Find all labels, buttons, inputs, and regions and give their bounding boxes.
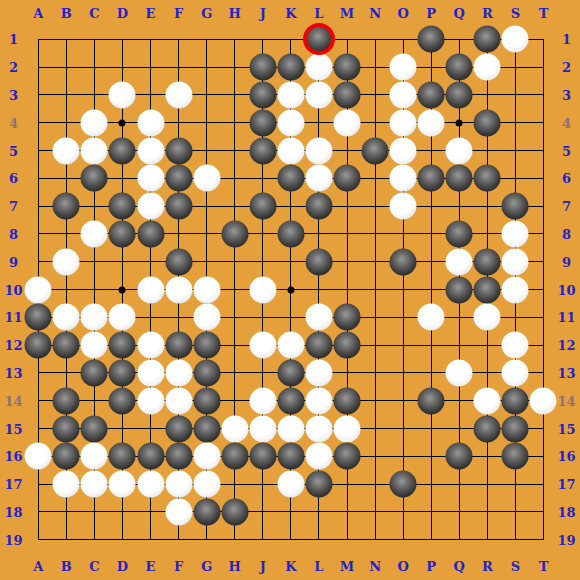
black-stone (193, 332, 220, 359)
column-label-bottom: N (369, 559, 381, 572)
black-stone (53, 443, 80, 470)
column-label-bottom: O (397, 559, 408, 572)
grid-vertical-line (375, 39, 376, 540)
black-stone (193, 387, 220, 414)
white-stone (137, 332, 164, 359)
column-label-top: D (117, 7, 128, 20)
white-stone (277, 109, 304, 136)
black-stone (446, 165, 473, 192)
white-stone (81, 304, 108, 331)
white-stone (81, 137, 108, 164)
black-stone (277, 359, 304, 386)
white-stone (137, 193, 164, 220)
white-stone (305, 443, 332, 470)
black-stone (446, 443, 473, 470)
row-label-left: 19 (4, 533, 22, 546)
column-label-bottom: R (482, 559, 493, 572)
black-stone (249, 109, 276, 136)
black-stone (109, 443, 136, 470)
row-label-right: 11 (557, 311, 575, 324)
row-label-left: 2 (9, 61, 18, 74)
black-stone (446, 54, 473, 81)
white-stone (165, 359, 192, 386)
black-stone (474, 276, 501, 303)
black-stone (81, 359, 108, 386)
white-stone (390, 81, 417, 108)
white-stone (390, 54, 417, 81)
row-label-left: 16 (4, 450, 22, 463)
column-label-top: K (285, 7, 296, 20)
column-label-top: R (482, 7, 493, 20)
star-point (287, 286, 294, 293)
white-stone (53, 471, 80, 498)
column-label-top: C (89, 7, 99, 20)
black-stone (446, 276, 473, 303)
black-stone (25, 304, 52, 331)
column-label-bottom: G (201, 559, 212, 572)
white-stone (277, 471, 304, 498)
column-label-top: S (511, 7, 520, 20)
white-stone (109, 81, 136, 108)
black-stone (305, 193, 332, 220)
black-stone (221, 220, 248, 247)
column-label-bottom: A (33, 559, 43, 572)
white-stone (137, 165, 164, 192)
row-label-left: 13 (4, 366, 22, 379)
white-stone (81, 471, 108, 498)
black-stone (249, 443, 276, 470)
white-stone (277, 81, 304, 108)
column-label-bottom: S (511, 559, 520, 572)
column-label-top: T (539, 7, 549, 20)
row-label-right: 4 (562, 116, 571, 129)
column-label-bottom: F (174, 559, 183, 572)
black-stone (165, 248, 192, 275)
white-stone (446, 137, 473, 164)
white-stone (137, 109, 164, 136)
row-label-right: 6 (562, 172, 571, 185)
column-label-top: A (33, 7, 43, 20)
white-stone (137, 137, 164, 164)
black-stone (137, 443, 164, 470)
star-point (119, 119, 126, 126)
black-stone (221, 498, 248, 525)
row-label-left: 17 (4, 478, 22, 491)
column-label-bottom: P (426, 559, 436, 572)
black-stone (334, 81, 361, 108)
white-stone (334, 415, 361, 442)
black-stone (249, 193, 276, 220)
white-stone (305, 387, 332, 414)
white-stone (193, 443, 220, 470)
black-stone (446, 81, 473, 108)
white-stone (502, 248, 529, 275)
column-label-top: G (201, 7, 212, 20)
row-label-right: 8 (562, 227, 571, 240)
column-label-bottom: D (117, 559, 128, 572)
row-label-right: 18 (557, 505, 575, 518)
white-stone (137, 387, 164, 414)
row-label-left: 10 (4, 283, 22, 296)
black-stone (53, 415, 80, 442)
white-stone (193, 471, 220, 498)
black-stone (390, 471, 417, 498)
white-stone (305, 359, 332, 386)
black-stone (502, 387, 529, 414)
black-stone (25, 332, 52, 359)
grid-horizontal-line (38, 511, 544, 512)
black-stone (502, 415, 529, 442)
black-stone (277, 54, 304, 81)
row-label-left: 7 (9, 200, 18, 213)
black-stone (249, 81, 276, 108)
black-stone (362, 137, 389, 164)
column-label-bottom: M (340, 559, 354, 572)
white-stone (390, 137, 417, 164)
white-stone (137, 471, 164, 498)
column-label-top: J (260, 7, 266, 20)
column-label-bottom: J (260, 559, 266, 572)
white-stone (53, 137, 80, 164)
white-stone (530, 387, 557, 414)
row-label-left: 5 (9, 144, 18, 157)
white-stone (334, 109, 361, 136)
black-stone (305, 248, 332, 275)
white-stone (25, 276, 52, 303)
white-stone (165, 498, 192, 525)
white-stone (165, 471, 192, 498)
column-label-top: B (61, 7, 72, 20)
row-label-left: 1 (9, 33, 18, 46)
white-stone (305, 137, 332, 164)
white-stone (446, 359, 473, 386)
column-label-bottom: B (61, 559, 72, 572)
row-label-left: 6 (9, 172, 18, 185)
column-label-top: P (426, 7, 436, 20)
white-stone (390, 165, 417, 192)
star-point (456, 119, 463, 126)
column-label-top: E (146, 7, 156, 20)
star-point (119, 286, 126, 293)
row-label-right: 14 (557, 394, 575, 407)
white-stone (81, 332, 108, 359)
white-stone (249, 415, 276, 442)
row-label-left: 15 (4, 422, 22, 435)
white-stone (165, 276, 192, 303)
black-stone (109, 137, 136, 164)
black-stone (165, 415, 192, 442)
white-stone (193, 165, 220, 192)
black-stone (418, 26, 445, 53)
white-stone (305, 304, 332, 331)
column-label-bottom: C (89, 559, 99, 572)
column-label-top: Q (454, 7, 465, 20)
black-stone (109, 193, 136, 220)
row-label-right: 2 (562, 61, 571, 74)
black-stone (418, 387, 445, 414)
row-label-right: 3 (562, 88, 571, 101)
black-stone (446, 220, 473, 247)
white-stone (249, 276, 276, 303)
white-stone (502, 332, 529, 359)
column-label-bottom: E (146, 559, 156, 572)
white-stone (193, 304, 220, 331)
white-stone (249, 387, 276, 414)
black-stone (334, 387, 361, 414)
row-label-left: 12 (4, 339, 22, 352)
white-stone (277, 332, 304, 359)
black-stone (474, 109, 501, 136)
black-stone (334, 165, 361, 192)
white-stone (305, 415, 332, 442)
white-stone (277, 137, 304, 164)
row-label-left: 18 (4, 505, 22, 518)
black-stone (249, 54, 276, 81)
last-move-marker (303, 23, 335, 55)
white-stone (502, 26, 529, 53)
white-stone (25, 443, 52, 470)
white-stone (502, 220, 529, 247)
black-stone (334, 304, 361, 331)
white-stone (53, 304, 80, 331)
white-stone (305, 165, 332, 192)
black-stone (165, 193, 192, 220)
black-stone (334, 54, 361, 81)
grid-horizontal-line (38, 539, 544, 540)
column-label-top: L (314, 7, 323, 20)
black-stone (502, 193, 529, 220)
white-stone (137, 359, 164, 386)
black-stone (305, 471, 332, 498)
white-stone (474, 54, 501, 81)
white-stone (474, 387, 501, 414)
column-label-top: M (340, 7, 354, 20)
column-label-top: F (174, 7, 183, 20)
go-board-screen: AABBCCDDEEFFGGHHJJKKLLMMNNOOPPQQRRSSTT11… (0, 0, 580, 580)
white-stone (81, 109, 108, 136)
black-stone (165, 443, 192, 470)
white-stone (53, 248, 80, 275)
column-label-top: N (369, 7, 381, 20)
black-stone (305, 332, 332, 359)
black-stone (277, 387, 304, 414)
row-label-right: 5 (562, 144, 571, 157)
black-stone (418, 81, 445, 108)
row-label-right: 12 (557, 339, 575, 352)
row-label-left: 9 (9, 255, 18, 268)
column-label-bottom: Q (454, 559, 465, 572)
row-label-right: 15 (557, 422, 575, 435)
white-stone (193, 276, 220, 303)
black-stone (193, 359, 220, 386)
black-stone (137, 220, 164, 247)
column-label-bottom: K (285, 559, 296, 572)
black-stone (53, 193, 80, 220)
white-stone (446, 248, 473, 275)
column-label-top: H (229, 7, 241, 20)
black-stone (165, 165, 192, 192)
white-stone (81, 220, 108, 247)
black-stone (334, 332, 361, 359)
row-label-left: 8 (9, 227, 18, 240)
white-stone (221, 415, 248, 442)
black-stone (277, 165, 304, 192)
row-label-right: 16 (557, 450, 575, 463)
black-stone (165, 137, 192, 164)
black-stone (418, 165, 445, 192)
black-stone (81, 415, 108, 442)
row-label-left: 14 (4, 394, 22, 407)
white-stone (502, 276, 529, 303)
black-stone (109, 332, 136, 359)
white-stone (418, 109, 445, 136)
white-stone (165, 387, 192, 414)
grid-vertical-line (543, 39, 544, 540)
white-stone (249, 332, 276, 359)
black-stone (334, 443, 361, 470)
row-label-left: 4 (9, 116, 18, 129)
white-stone (109, 304, 136, 331)
black-stone (193, 415, 220, 442)
black-stone (502, 443, 529, 470)
black-stone (221, 443, 248, 470)
black-stone (277, 220, 304, 247)
black-stone (81, 165, 108, 192)
black-stone (249, 137, 276, 164)
column-label-bottom: L (314, 559, 323, 572)
black-stone (53, 332, 80, 359)
white-stone (305, 81, 332, 108)
black-stone (474, 26, 501, 53)
black-stone (109, 359, 136, 386)
white-stone (137, 276, 164, 303)
black-stone (165, 332, 192, 359)
white-stone (418, 304, 445, 331)
white-stone (502, 359, 529, 386)
white-stone (390, 109, 417, 136)
white-stone (165, 81, 192, 108)
black-stone (53, 387, 80, 414)
white-stone (81, 443, 108, 470)
black-stone (109, 387, 136, 414)
black-stone (390, 248, 417, 275)
row-label-right: 9 (562, 255, 571, 268)
black-stone (277, 443, 304, 470)
row-label-right: 10 (557, 283, 575, 296)
white-stone (305, 54, 332, 81)
white-stone (109, 471, 136, 498)
black-stone (474, 248, 501, 275)
black-stone (193, 498, 220, 525)
row-label-left: 3 (9, 88, 18, 101)
black-stone (474, 415, 501, 442)
row-label-right: 7 (562, 200, 571, 213)
row-label-right: 19 (557, 533, 575, 546)
row-label-right: 17 (557, 478, 575, 491)
black-stone (474, 165, 501, 192)
black-stone (109, 220, 136, 247)
row-label-right: 1 (562, 33, 571, 46)
white-stone (277, 415, 304, 442)
row-label-right: 13 (557, 366, 575, 379)
column-label-bottom: T (539, 559, 549, 572)
white-stone (474, 304, 501, 331)
column-label-bottom: H (229, 559, 241, 572)
white-stone (390, 193, 417, 220)
column-label-top: O (397, 7, 408, 20)
row-label-left: 11 (4, 311, 22, 324)
